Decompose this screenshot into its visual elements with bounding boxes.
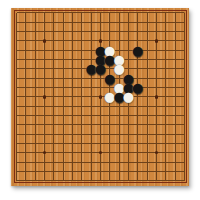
intersection[interactable] [161, 120, 170, 129]
intersection[interactable] [152, 92, 161, 101]
intersection[interactable] [180, 64, 189, 73]
intersection[interactable] [142, 27, 151, 36]
intersection[interactable] [152, 130, 161, 139]
intersection[interactable] [21, 148, 30, 157]
intersection[interactable] [86, 27, 95, 36]
intersection[interactable] [40, 64, 49, 73]
intersection[interactable] [30, 92, 39, 101]
intersection[interactable] [96, 8, 105, 17]
intersection[interactable] [86, 92, 95, 101]
intersection[interactable] [40, 176, 49, 185]
intersection[interactable] [12, 111, 21, 120]
intersection[interactable] [114, 158, 123, 167]
intersection[interactable] [124, 176, 133, 185]
intersection[interactable] [105, 158, 114, 167]
intersection[interactable] [68, 139, 77, 148]
intersection[interactable] [86, 18, 95, 27]
intersection[interactable] [49, 46, 58, 55]
intersection[interactable] [68, 46, 77, 55]
intersection[interactable] [77, 27, 86, 36]
intersection[interactable] [96, 27, 105, 36]
intersection[interactable] [170, 111, 179, 120]
intersection[interactable] [170, 139, 179, 148]
intersection[interactable] [152, 167, 161, 176]
intersection[interactable] [142, 176, 151, 185]
intersection[interactable] [77, 111, 86, 120]
intersection[interactable] [77, 8, 86, 17]
intersection[interactable] [124, 111, 133, 120]
intersection[interactable] [114, 176, 123, 185]
intersection[interactable] [12, 55, 21, 64]
intersection[interactable] [133, 8, 142, 17]
intersection[interactable] [30, 36, 39, 45]
intersection[interactable] [180, 167, 189, 176]
intersection[interactable] [49, 36, 58, 45]
intersection[interactable] [105, 8, 114, 17]
intersection[interactable] [142, 83, 151, 92]
intersection[interactable] [68, 111, 77, 120]
intersection[interactable] [21, 130, 30, 139]
intersection[interactable] [161, 158, 170, 167]
intersection[interactable] [105, 111, 114, 120]
intersection[interactable] [21, 27, 30, 36]
intersection[interactable] [180, 74, 189, 83]
intersection[interactable] [180, 8, 189, 17]
intersection[interactable] [142, 158, 151, 167]
intersection[interactable] [142, 55, 151, 64]
intersection[interactable] [77, 46, 86, 55]
intersection[interactable] [124, 167, 133, 176]
intersection[interactable] [12, 176, 21, 185]
intersection[interactable] [161, 92, 170, 101]
intersection[interactable] [49, 176, 58, 185]
intersection[interactable] [49, 92, 58, 101]
intersection[interactable] [30, 102, 39, 111]
intersection[interactable] [152, 111, 161, 120]
intersection[interactable] [12, 27, 21, 36]
intersection[interactable] [12, 148, 21, 157]
intersection[interactable] [77, 130, 86, 139]
intersection[interactable] [86, 102, 95, 111]
intersection[interactable] [161, 55, 170, 64]
intersection[interactable] [49, 18, 58, 27]
intersection[interactable] [86, 176, 95, 185]
intersection[interactable] [142, 36, 151, 45]
intersection[interactable] [30, 8, 39, 17]
intersection[interactable] [133, 102, 142, 111]
intersection[interactable] [49, 83, 58, 92]
intersection[interactable] [58, 120, 67, 129]
intersection[interactable] [161, 83, 170, 92]
intersection[interactable] [40, 120, 49, 129]
intersection[interactable] [161, 148, 170, 157]
intersection[interactable] [105, 176, 114, 185]
intersection[interactable] [21, 83, 30, 92]
intersection[interactable] [133, 111, 142, 120]
intersection[interactable] [77, 167, 86, 176]
intersection[interactable] [40, 83, 49, 92]
intersection[interactable] [105, 130, 114, 139]
intersection[interactable] [30, 148, 39, 157]
intersection[interactable] [142, 148, 151, 157]
intersection[interactable] [124, 148, 133, 157]
intersection[interactable] [58, 102, 67, 111]
intersection[interactable] [142, 167, 151, 176]
intersection[interactable] [40, 102, 49, 111]
intersection[interactable] [152, 102, 161, 111]
intersection[interactable] [58, 130, 67, 139]
intersection[interactable] [21, 64, 30, 73]
intersection[interactable] [40, 55, 49, 64]
intersection[interactable] [124, 8, 133, 17]
intersection[interactable] [152, 8, 161, 17]
intersection[interactable] [49, 111, 58, 120]
intersection[interactable] [40, 27, 49, 36]
intersection[interactable] [114, 18, 123, 27]
intersection[interactable] [114, 130, 123, 139]
intersection[interactable]: ● [124, 92, 133, 101]
intersection[interactable] [161, 18, 170, 27]
intersection[interactable] [170, 130, 179, 139]
intersection[interactable] [170, 46, 179, 55]
intersection[interactable] [58, 18, 67, 27]
intersection[interactable] [58, 83, 67, 92]
intersection[interactable] [152, 83, 161, 92]
intersection[interactable] [180, 83, 189, 92]
intersection[interactable] [133, 64, 142, 73]
intersection[interactable] [77, 92, 86, 101]
intersection[interactable] [68, 64, 77, 73]
intersection[interactable] [21, 176, 30, 185]
intersection[interactable] [77, 139, 86, 148]
intersection[interactable] [142, 102, 151, 111]
intersection[interactable] [21, 55, 30, 64]
intersection[interactable] [68, 8, 77, 17]
intersection[interactable] [30, 55, 39, 64]
intersection[interactable] [12, 158, 21, 167]
intersection[interactable] [40, 148, 49, 157]
intersection[interactable] [12, 18, 21, 27]
intersection[interactable] [77, 120, 86, 129]
intersection[interactable] [96, 176, 105, 185]
intersection[interactable] [133, 158, 142, 167]
intersection[interactable] [105, 27, 114, 36]
intersection[interactable] [49, 102, 58, 111]
intersection[interactable] [12, 36, 21, 45]
intersection[interactable] [12, 83, 21, 92]
intersection[interactable] [170, 55, 179, 64]
intersection[interactable] [96, 120, 105, 129]
intersection[interactable] [30, 167, 39, 176]
intersection[interactable] [180, 102, 189, 111]
intersection[interactable] [105, 139, 114, 148]
intersection[interactable] [86, 111, 95, 120]
intersection[interactable] [170, 120, 179, 129]
intersection[interactable] [40, 74, 49, 83]
intersection[interactable] [152, 55, 161, 64]
intersection[interactable] [152, 148, 161, 157]
intersection[interactable] [30, 120, 39, 129]
intersection[interactable] [170, 92, 179, 101]
intersection[interactable] [49, 167, 58, 176]
intersection[interactable] [58, 46, 67, 55]
intersection[interactable] [96, 148, 105, 157]
intersection[interactable] [49, 55, 58, 64]
intersection[interactable] [114, 139, 123, 148]
intersection[interactable] [49, 120, 58, 129]
intersection[interactable] [180, 36, 189, 45]
intersection[interactable] [152, 139, 161, 148]
intersection[interactable] [12, 130, 21, 139]
intersection[interactable] [68, 27, 77, 36]
intersection[interactable] [161, 139, 170, 148]
intersection[interactable] [161, 111, 170, 120]
intersection[interactable] [161, 8, 170, 17]
intersection[interactable] [152, 158, 161, 167]
intersection[interactable] [30, 27, 39, 36]
intersection[interactable] [152, 46, 161, 55]
intersection[interactable] [77, 83, 86, 92]
intersection[interactable] [105, 120, 114, 129]
intersection[interactable] [180, 139, 189, 148]
intersection[interactable] [170, 148, 179, 157]
intersection[interactable] [86, 167, 95, 176]
intersection[interactable] [68, 158, 77, 167]
intersection[interactable] [49, 130, 58, 139]
intersection[interactable]: ● [133, 46, 142, 55]
intersection[interactable] [180, 148, 189, 157]
intersection[interactable] [86, 139, 95, 148]
intersection[interactable] [96, 130, 105, 139]
intersection[interactable] [12, 120, 21, 129]
intersection[interactable] [21, 167, 30, 176]
intersection[interactable] [77, 158, 86, 167]
intersection[interactable] [40, 158, 49, 167]
intersection[interactable] [49, 8, 58, 17]
intersection[interactable] [40, 139, 49, 148]
intersection[interactable] [21, 92, 30, 101]
intersection[interactable] [170, 8, 179, 17]
intersection[interactable] [180, 111, 189, 120]
intersection[interactable] [170, 18, 179, 27]
intersection[interactable] [49, 139, 58, 148]
intersection[interactable] [105, 148, 114, 157]
intersection[interactable] [86, 8, 95, 17]
intersection[interactable] [133, 167, 142, 176]
intersection[interactable] [58, 148, 67, 157]
intersection[interactable] [180, 46, 189, 55]
intersection[interactable] [105, 167, 114, 176]
intersection[interactable] [40, 46, 49, 55]
intersection[interactable] [133, 18, 142, 27]
intersection[interactable] [30, 158, 39, 167]
intersection[interactable] [58, 139, 67, 148]
intersection[interactable] [170, 74, 179, 83]
intersection[interactable] [30, 83, 39, 92]
intersection[interactable] [124, 130, 133, 139]
intersection[interactable] [161, 46, 170, 55]
intersection[interactable] [142, 74, 151, 83]
intersection[interactable] [170, 83, 179, 92]
intersection[interactable] [12, 92, 21, 101]
intersection[interactable] [21, 36, 30, 45]
intersection[interactable] [114, 120, 123, 129]
intersection[interactable] [30, 18, 39, 27]
intersection[interactable] [152, 18, 161, 27]
intersection[interactable] [96, 139, 105, 148]
intersection[interactable] [12, 102, 21, 111]
intersection[interactable] [170, 158, 179, 167]
intersection[interactable] [180, 158, 189, 167]
intersection[interactable] [40, 167, 49, 176]
intersection[interactable] [180, 130, 189, 139]
intersection[interactable] [152, 27, 161, 36]
intersection[interactable] [180, 120, 189, 129]
intersection[interactable] [49, 158, 58, 167]
intersection[interactable] [114, 148, 123, 157]
intersection[interactable] [30, 130, 39, 139]
intersection[interactable] [58, 167, 67, 176]
intersection[interactable] [96, 111, 105, 120]
intersection[interactable] [114, 8, 123, 17]
intersection[interactable] [152, 176, 161, 185]
intersection[interactable] [58, 55, 67, 64]
intersection[interactable] [180, 27, 189, 36]
intersection[interactable] [133, 120, 142, 129]
intersection[interactable] [68, 130, 77, 139]
intersection[interactable] [86, 130, 95, 139]
intersection[interactable] [40, 130, 49, 139]
intersection[interactable] [77, 36, 86, 45]
intersection[interactable] [49, 74, 58, 83]
intersection[interactable] [21, 74, 30, 83]
intersection[interactable] [142, 120, 151, 129]
intersection[interactable] [40, 92, 49, 101]
intersection[interactable] [21, 158, 30, 167]
intersection[interactable] [12, 139, 21, 148]
intersection[interactable] [68, 167, 77, 176]
intersection[interactable] [21, 8, 30, 17]
intersection[interactable] [58, 158, 67, 167]
intersection[interactable] [142, 64, 151, 73]
intersection[interactable] [49, 148, 58, 157]
intersection[interactable] [96, 158, 105, 167]
intersection[interactable] [142, 8, 151, 17]
intersection[interactable] [77, 18, 86, 27]
intersection[interactable] [58, 36, 67, 45]
intersection[interactable] [30, 74, 39, 83]
intersection[interactable] [161, 130, 170, 139]
intersection[interactable] [124, 18, 133, 27]
intersection[interactable] [124, 120, 133, 129]
intersection[interactable] [133, 148, 142, 157]
intersection[interactable] [152, 64, 161, 73]
intersection[interactable] [133, 176, 142, 185]
intersection[interactable] [30, 64, 39, 73]
intersection[interactable] [68, 148, 77, 157]
intersection[interactable] [142, 139, 151, 148]
intersection[interactable] [68, 102, 77, 111]
intersection[interactable] [170, 36, 179, 45]
intersection[interactable] [21, 120, 30, 129]
intersection[interactable]: ● [133, 83, 142, 92]
intersection[interactable] [21, 139, 30, 148]
intersection[interactable] [49, 64, 58, 73]
intersection[interactable] [161, 36, 170, 45]
intersection[interactable] [152, 36, 161, 45]
intersection[interactable] [86, 83, 95, 92]
intersection[interactable] [142, 111, 151, 120]
intersection[interactable] [30, 139, 39, 148]
intersection[interactable] [58, 111, 67, 120]
intersection[interactable] [161, 74, 170, 83]
intersection[interactable] [142, 130, 151, 139]
intersection[interactable] [30, 46, 39, 55]
intersection[interactable] [180, 176, 189, 185]
intersection[interactable] [40, 8, 49, 17]
intersection[interactable] [21, 18, 30, 27]
intersection[interactable] [21, 111, 30, 120]
intersection[interactable] [142, 18, 151, 27]
intersection[interactable] [58, 92, 67, 101]
intersection[interactable] [12, 46, 21, 55]
intersection[interactable] [58, 176, 67, 185]
intersection[interactable] [40, 111, 49, 120]
intersection[interactable] [68, 83, 77, 92]
intersection[interactable] [86, 120, 95, 129]
intersection[interactable] [68, 176, 77, 185]
intersection[interactable] [124, 139, 133, 148]
intersection[interactable] [96, 167, 105, 176]
intersection[interactable] [152, 74, 161, 83]
intersection[interactable] [68, 120, 77, 129]
intersection[interactable] [68, 74, 77, 83]
intersection[interactable] [12, 64, 21, 73]
intersection[interactable] [161, 167, 170, 176]
intersection[interactable] [96, 18, 105, 27]
intersection[interactable] [170, 27, 179, 36]
intersection[interactable] [58, 74, 67, 83]
intersection[interactable] [77, 176, 86, 185]
intersection[interactable] [170, 64, 179, 73]
intersection[interactable] [12, 167, 21, 176]
intersection[interactable] [86, 148, 95, 157]
intersection[interactable] [105, 18, 114, 27]
intersection[interactable] [30, 176, 39, 185]
intersection[interactable] [77, 148, 86, 157]
intersection[interactable] [133, 27, 142, 36]
intersection[interactable] [161, 176, 170, 185]
intersection[interactable] [77, 102, 86, 111]
intersection[interactable] [68, 55, 77, 64]
intersection[interactable] [40, 36, 49, 45]
intersection[interactable] [30, 111, 39, 120]
intersection[interactable] [180, 55, 189, 64]
intersection[interactable] [161, 64, 170, 73]
intersection[interactable] [12, 8, 21, 17]
intersection[interactable] [133, 130, 142, 139]
intersection[interactable] [170, 102, 179, 111]
intersection[interactable] [180, 92, 189, 101]
intersection[interactable] [152, 120, 161, 129]
intersection[interactable] [114, 27, 123, 36]
intersection[interactable] [142, 92, 151, 101]
intersection[interactable] [114, 167, 123, 176]
intersection[interactable] [170, 167, 179, 176]
intersection[interactable] [21, 102, 30, 111]
intersection[interactable] [142, 46, 151, 55]
intersection[interactable] [114, 36, 123, 45]
